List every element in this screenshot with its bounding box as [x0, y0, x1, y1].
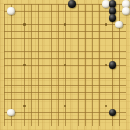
star-point	[23, 105, 25, 107]
go-board[interactable]	[0, 0, 130, 130]
white-stone	[7, 109, 15, 117]
white-stone	[122, 7, 130, 15]
black-stone	[109, 14, 117, 22]
star-point	[105, 23, 107, 25]
star-point	[105, 105, 107, 107]
star-point	[23, 23, 25, 25]
white-stone	[7, 7, 15, 15]
black-stone	[68, 0, 76, 8]
